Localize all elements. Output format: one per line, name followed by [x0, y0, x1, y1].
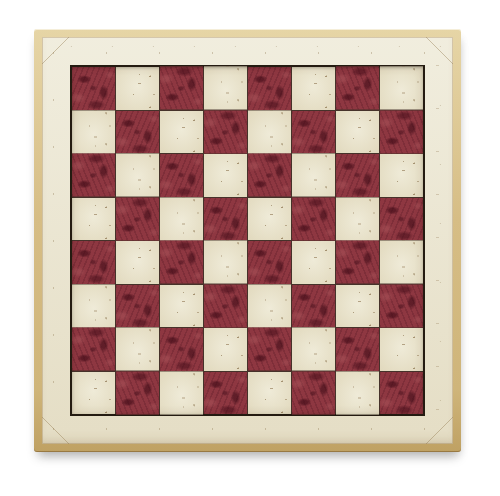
square-r3c8 [380, 154, 423, 197]
square-r7c4 [204, 328, 247, 371]
chess-board [34, 29, 461, 452]
square-r1c3 [160, 67, 203, 110]
square-r5c5 [248, 241, 291, 284]
square-r7c8 [380, 328, 423, 371]
square-r8c5 [248, 372, 291, 415]
square-r7c1 [72, 328, 115, 371]
squares-grid [72, 67, 423, 414]
frame-miter-bottom-right [426, 417, 453, 444]
square-r2c4 [204, 111, 247, 154]
square-r5c4 [204, 241, 247, 284]
square-r8c2 [116, 372, 159, 415]
square-r6c1 [72, 285, 115, 328]
square-r8c4 [204, 372, 247, 415]
square-r8c7 [336, 372, 379, 415]
frame-miter-bottom-left [42, 417, 69, 444]
square-r3c1 [72, 154, 115, 197]
frame-miter-top-right [426, 37, 453, 64]
square-r7c6 [292, 328, 335, 371]
square-r6c3 [160, 285, 203, 328]
square-r2c2 [116, 111, 159, 154]
square-r4c5 [248, 198, 291, 241]
square-r5c8 [380, 241, 423, 284]
square-r6c2 [116, 285, 159, 328]
square-r4c2 [116, 198, 159, 241]
square-r7c2 [116, 328, 159, 371]
square-r6c8 [380, 285, 423, 328]
square-r4c1 [72, 198, 115, 241]
square-r4c3 [160, 198, 203, 241]
square-r6c7 [336, 285, 379, 328]
square-r4c7 [336, 198, 379, 241]
square-r6c4 [204, 285, 247, 328]
square-r7c5 [248, 328, 291, 371]
square-r3c7 [336, 154, 379, 197]
square-r2c5 [248, 111, 291, 154]
square-r3c2 [116, 154, 159, 197]
square-r4c4 [204, 198, 247, 241]
square-r8c1 [72, 372, 115, 415]
square-r5c7 [336, 241, 379, 284]
square-r3c5 [248, 154, 291, 197]
square-r3c4 [204, 154, 247, 197]
square-r5c6 [292, 241, 335, 284]
board-frame [42, 37, 453, 444]
square-r8c6 [292, 372, 335, 415]
square-r1c2 [116, 67, 159, 110]
square-r1c4 [204, 67, 247, 110]
square-r3c3 [160, 154, 203, 197]
frame-miter-top-left [42, 37, 69, 64]
square-r7c3 [160, 328, 203, 371]
square-r8c8 [380, 372, 423, 415]
square-r8c3 [160, 372, 203, 415]
square-r1c8 [380, 67, 423, 110]
square-r4c8 [380, 198, 423, 241]
square-r6c5 [248, 285, 291, 328]
square-r1c5 [248, 67, 291, 110]
square-r7c7 [336, 328, 379, 371]
square-r5c1 [72, 241, 115, 284]
square-r4c6 [292, 198, 335, 241]
square-r2c1 [72, 111, 115, 154]
square-r2c6 [292, 111, 335, 154]
square-r2c3 [160, 111, 203, 154]
square-r6c6 [292, 285, 335, 328]
square-r2c7 [336, 111, 379, 154]
square-r1c1 [72, 67, 115, 110]
square-r2c8 [380, 111, 423, 154]
product-photo-background [0, 0, 500, 496]
square-r1c7 [336, 67, 379, 110]
square-r5c3 [160, 241, 203, 284]
square-r5c2 [116, 241, 159, 284]
playing-area [70, 65, 425, 416]
square-r1c6 [292, 67, 335, 110]
square-r3c6 [292, 154, 335, 197]
